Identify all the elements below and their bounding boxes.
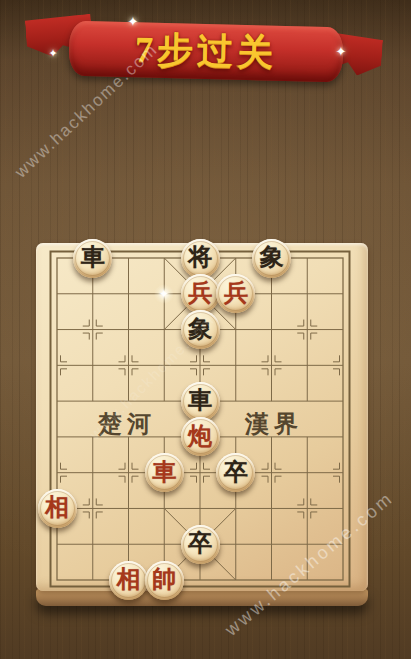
ribbon-center: 7步过关 xyxy=(68,21,343,83)
river-label-right: 漢界 xyxy=(245,408,303,440)
piece-character: 車 xyxy=(152,460,176,484)
piece-red-相[interactable]: 相 xyxy=(38,489,77,528)
piece-character: 兵 xyxy=(224,281,248,305)
piece-character: 炮 xyxy=(188,424,212,448)
piece-character: 兵 xyxy=(188,281,212,305)
piece-black-卒[interactable]: 卒 xyxy=(181,525,220,564)
piece-black-象[interactable]: 象 xyxy=(181,310,220,349)
piece-black-象[interactable]: 象 xyxy=(252,239,291,278)
piece-character: 卒 xyxy=(188,531,212,555)
piece-red-相[interactable]: 相 xyxy=(109,561,148,600)
piece-character: 相 xyxy=(45,495,69,519)
level-title: 7步过关 xyxy=(135,31,278,70)
piece-red-炮[interactable]: 炮 xyxy=(181,417,220,456)
piece-character: 車 xyxy=(81,245,105,269)
piece-black-車[interactable]: 車 xyxy=(181,382,220,421)
piece-red-帥[interactable]: 帥 xyxy=(145,561,184,600)
piece-black-将[interactable]: 将 xyxy=(181,239,220,278)
piece-black-車[interactable]: 車 xyxy=(73,239,112,278)
game-screen: 楚河 漢界 車将象兵兵象車炮車卒相卒相帥 ✦✦✦✦ www.hackhome.c… xyxy=(0,0,411,659)
piece-character: 帥 xyxy=(152,567,176,591)
piece-character: 車 xyxy=(188,388,212,412)
piece-character: 相 xyxy=(117,567,141,591)
piece-red-車[interactable]: 車 xyxy=(145,453,184,492)
river-label-left: 楚河 xyxy=(98,408,156,440)
piece-character: 象 xyxy=(188,317,212,341)
piece-character: 卒 xyxy=(224,460,248,484)
piece-red-兵[interactable]: 兵 xyxy=(181,274,220,313)
level-banner: 7步过关 xyxy=(0,0,411,100)
piece-character: 将 xyxy=(188,245,212,269)
piece-character: 象 xyxy=(260,245,284,269)
board-front-edge xyxy=(36,589,368,606)
